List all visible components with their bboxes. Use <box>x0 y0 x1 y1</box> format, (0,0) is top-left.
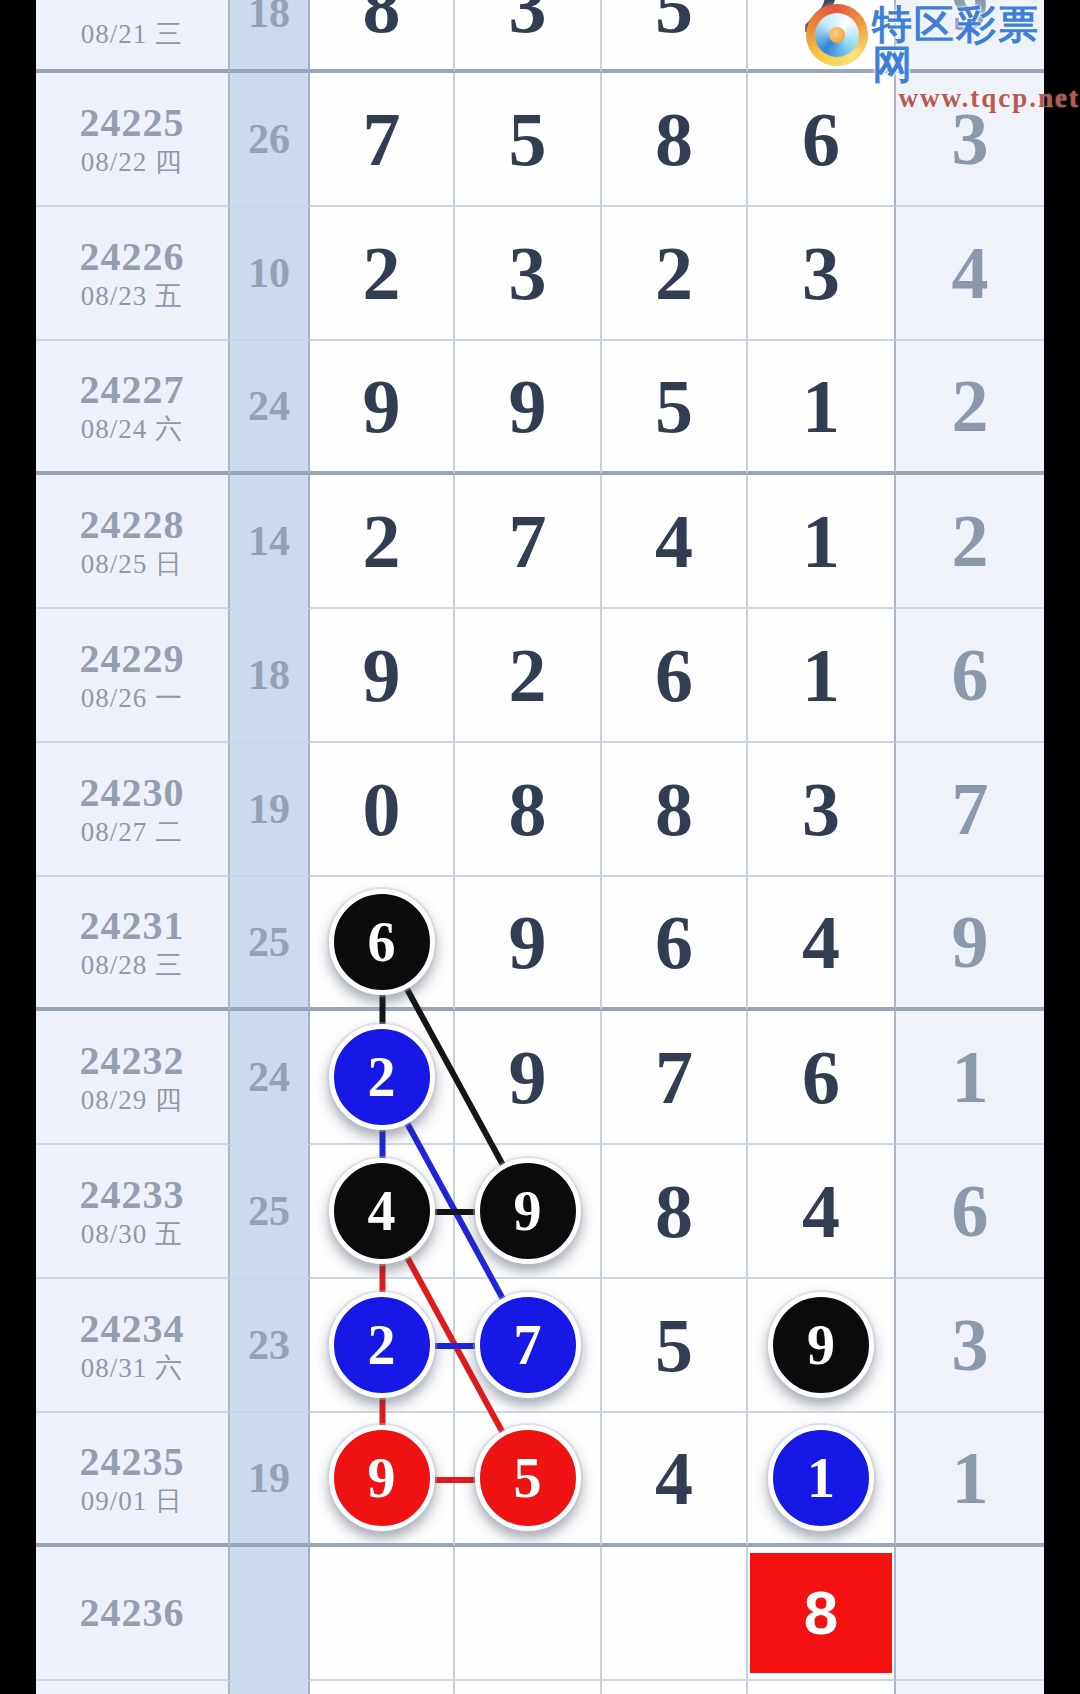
digit-value: 7 <box>363 101 401 177</box>
digit-value: 3 <box>802 771 840 847</box>
digit-value: 5 <box>655 1307 693 1383</box>
sum-value: 18 <box>248 654 290 696</box>
extra-stat-value: 3 <box>952 1308 989 1382</box>
extra-stat-cell: 6 <box>896 609 1044 743</box>
digit-value: 9 <box>509 1039 547 1115</box>
period-cell <box>36 1681 230 1694</box>
extra-stat-cell <box>896 1547 1044 1681</box>
extra-stat-cell: 3 <box>896 1279 1044 1413</box>
digit-value: 7 <box>509 503 547 579</box>
extra-stat-cell: 9 <box>896 877 1044 1011</box>
digit-value: 4 <box>655 503 693 579</box>
digit-cell: 5 <box>602 0 748 73</box>
period-cell: 2423408/31 六 <box>36 1279 230 1413</box>
digit-cell: 8 <box>602 1145 748 1279</box>
marked-number-blue: 7 <box>475 1292 581 1398</box>
marked-number-blue: 1 <box>768 1425 874 1531</box>
sum-cell: 26 <box>230 73 310 207</box>
digit-cell: 5 <box>602 1279 748 1413</box>
draw-date: 08/26 一 <box>81 682 183 714</box>
sum-cell: 18 <box>230 609 310 743</box>
draw-date: 08/24 六 <box>81 413 183 445</box>
sum-cell: 23 <box>230 1279 310 1413</box>
period-cell: 08/21 三 <box>36 0 230 73</box>
digit-value: 5 <box>602 0 746 44</box>
extra-stat-value: 1 <box>952 1040 989 1114</box>
digit-value: 8 <box>655 771 693 847</box>
sum-value: 14 <box>248 520 290 562</box>
digit-value: 8 <box>655 101 693 177</box>
digit-value: 3 <box>455 0 600 44</box>
digit-value: 6 <box>802 101 840 177</box>
digit-value: 2 <box>655 235 693 311</box>
marked-number-red: 5 <box>475 1425 581 1531</box>
period-cell: 2423509/01 日 <box>36 1413 230 1547</box>
sum-value: 25 <box>248 1190 290 1232</box>
digit-cell: 7 <box>310 73 455 207</box>
extra-stat-cell: 4 <box>896 207 1044 341</box>
period-number: 24227 <box>80 367 185 413</box>
digit-cell: 4 <box>748 1145 896 1279</box>
digit-value: 2 <box>509 637 547 713</box>
digit-cell: 1 <box>748 475 896 609</box>
sum-cell: 19 <box>230 743 310 877</box>
digit-cell <box>310 1681 455 1694</box>
digit-cell <box>455 1681 602 1694</box>
digit-cell: 3 <box>748 207 896 341</box>
digit-cell: 9 <box>748 1279 896 1413</box>
draw-date: 08/27 二 <box>81 816 183 848</box>
extra-stat-value: 9 <box>952 905 989 979</box>
digit-value: 1 <box>802 368 840 444</box>
digit-cell: 3 <box>748 743 896 877</box>
digit-cell: 6 <box>310 877 455 1011</box>
digit-cell <box>602 1681 748 1694</box>
draw-date: 08/30 五 <box>81 1218 183 1250</box>
sum-cell: 25 <box>230 1145 310 1279</box>
digit-value: 9 <box>509 368 547 444</box>
sum-cell <box>230 1681 310 1694</box>
draw-date: 08/25 日 <box>81 548 183 580</box>
digit-value: 8 <box>310 0 453 44</box>
extra-stat-value: 3 <box>952 102 989 176</box>
extra-stat-value: 2 <box>952 369 989 443</box>
digit-cell: 9 <box>310 341 455 475</box>
sum-value: 24 <box>248 385 290 427</box>
period-number: 24229 <box>80 636 185 682</box>
sum-cell <box>230 1547 310 1681</box>
extra-stat-value: 6 <box>952 1174 989 1248</box>
digit-cell <box>455 1547 602 1681</box>
marked-number-blue: 2 <box>329 1292 435 1398</box>
site-name: 特区彩票网 <box>872 4 1080 84</box>
marked-number-black: 9 <box>475 1158 581 1264</box>
digit-cell: 9 <box>455 1011 602 1145</box>
digit-cell: 9 <box>310 1413 455 1547</box>
sum-value: 26 <box>248 118 290 160</box>
digit-cell: 2 <box>310 1011 455 1145</box>
draw-date: 08/22 四 <box>81 146 183 178</box>
sum-value: 19 <box>248 1457 290 1499</box>
sum-value: 10 <box>248 252 290 294</box>
digit-cell: 5 <box>455 73 602 207</box>
digit-value: 2 <box>363 235 401 311</box>
period-cell: 2422808/25 日 <box>36 475 230 609</box>
digit-cell: 6 <box>748 1011 896 1145</box>
draw-date: 08/31 六 <box>81 1352 183 1384</box>
digit-value: 9 <box>509 904 547 980</box>
marked-number-black: 6 <box>329 889 435 995</box>
digit-cell: 5 <box>602 341 748 475</box>
extra-stat-cell: 6 <box>896 1145 1044 1279</box>
digit-cell: 2 <box>602 207 748 341</box>
extra-stat-cell: 2 <box>896 475 1044 609</box>
extra-stat-cell: 2 <box>896 341 1044 475</box>
digit-cell <box>748 1681 896 1694</box>
digit-cell: 8 <box>455 743 602 877</box>
digit-cell: 4 <box>602 475 748 609</box>
digit-value: 5 <box>655 368 693 444</box>
sum-value: 18 <box>230 0 308 34</box>
digit-cell: 2 <box>310 475 455 609</box>
digit-value: 1 <box>802 503 840 579</box>
digit-value: 0 <box>363 771 401 847</box>
digit-value: 9 <box>363 637 401 713</box>
extra-stat-value: 1 <box>952 1441 989 1515</box>
period-number: 24231 <box>80 903 185 949</box>
draw-date: 08/21 三 <box>81 18 183 50</box>
digit-value: 6 <box>655 637 693 713</box>
extra-stat-cell: 7 <box>896 743 1044 877</box>
extra-stat-value: 6 <box>952 638 989 712</box>
digit-value: 6 <box>802 1039 840 1115</box>
sum-cell: 24 <box>230 1011 310 1145</box>
digit-cell: 8 <box>310 0 455 73</box>
period-number: 24233 <box>80 1172 185 1218</box>
period-cell: 2423308/30 五 <box>36 1145 230 1279</box>
digit-value: 1 <box>802 637 840 713</box>
draw-date: 08/28 三 <box>81 949 183 981</box>
marked-number-blue: 2 <box>329 1024 435 1130</box>
digit-value: 8 <box>655 1173 693 1249</box>
draw-date: 09/01 日 <box>81 1485 183 1517</box>
digit-cell: 6 <box>602 609 748 743</box>
marked-number-black: 4 <box>329 1158 435 1264</box>
site-url: www.tqcp.net <box>898 84 1080 112</box>
draw-date: 08/23 五 <box>81 280 183 312</box>
period-number: 24235 <box>80 1439 185 1485</box>
period-cell: 2423108/28 三 <box>36 877 230 1011</box>
digit-cell: 2 <box>310 207 455 341</box>
sum-cell: 18 <box>230 0 310 73</box>
period-cell: 2423208/29 四 <box>36 1011 230 1145</box>
predicted-number-red-square: 8 <box>750 1553 892 1673</box>
period-number: 24236 <box>80 1590 185 1636</box>
digit-cell: 1 <box>748 341 896 475</box>
period-cell: 24236 <box>36 1547 230 1681</box>
digit-value: 5 <box>509 101 547 177</box>
sum-value: 23 <box>248 1324 290 1366</box>
digit-cell: 7 <box>455 1279 602 1413</box>
digit-cell: 1 <box>748 1413 896 1547</box>
extra-stat-value: 4 <box>952 236 989 310</box>
period-cell: 2422608/23 五 <box>36 207 230 341</box>
digit-cell: 7 <box>602 1011 748 1145</box>
site-logo-swirl-icon <box>806 4 868 66</box>
extra-stat-cell: 1 <box>896 1413 1044 1547</box>
digit-value: 6 <box>655 904 693 980</box>
digit-cell: 0 <box>310 743 455 877</box>
digit-value: 4 <box>802 1173 840 1249</box>
digit-cell: 9 <box>455 1145 602 1279</box>
period-cell: 2422708/24 六 <box>36 341 230 475</box>
extra-stat-cell <box>896 1681 1044 1694</box>
digit-cell: 6 <box>602 877 748 1011</box>
digit-cell: 9 <box>455 341 602 475</box>
extra-stat-cell: 1 <box>896 1011 1044 1145</box>
digit-cell: 4 <box>748 877 896 1011</box>
marked-number-red: 9 <box>329 1425 435 1531</box>
digit-value: 4 <box>802 904 840 980</box>
sum-value: 25 <box>248 921 290 963</box>
sum-cell: 19 <box>230 1413 310 1547</box>
digit-value: 3 <box>509 235 547 311</box>
digit-cell: 2 <box>310 1279 455 1413</box>
period-cell: 2422908/26 一 <box>36 609 230 743</box>
period-cell: 2423008/27 二 <box>36 743 230 877</box>
digit-cell: 7 <box>455 475 602 609</box>
digit-cell: 4 <box>310 1145 455 1279</box>
page-canvas: 08/21 三18835292422508/22 四26758632422608… <box>0 0 1080 1694</box>
digit-cell: 1 <box>748 609 896 743</box>
digit-cell: 8 <box>748 1547 896 1681</box>
digit-cell: 5 <box>455 1413 602 1547</box>
digit-value: 3 <box>802 235 840 311</box>
digit-value: 7 <box>655 1039 693 1115</box>
digit-cell: 8 <box>602 73 748 207</box>
sum-cell: 25 <box>230 877 310 1011</box>
period-number: 24226 <box>80 234 185 280</box>
sum-value: 19 <box>248 788 290 830</box>
period-number: 24228 <box>80 502 185 548</box>
draw-date: 08/29 四 <box>81 1084 183 1116</box>
digit-value: 2 <box>363 503 401 579</box>
sum-value: 24 <box>248 1056 290 1098</box>
sum-cell: 14 <box>230 475 310 609</box>
digit-value: 8 <box>509 771 547 847</box>
sum-cell: 24 <box>230 341 310 475</box>
digit-cell: 9 <box>455 877 602 1011</box>
digit-value: 9 <box>363 368 401 444</box>
extra-stat-value: 2 <box>952 504 989 578</box>
period-number: 24234 <box>80 1306 185 1352</box>
period-number: 24230 <box>80 770 185 816</box>
digit-cell: 9 <box>310 609 455 743</box>
digit-value: 4 <box>655 1440 693 1516</box>
digit-cell <box>310 1547 455 1681</box>
sum-cell: 10 <box>230 207 310 341</box>
site-logo[interactable]: 特区彩票网 www.tqcp.net <box>806 4 1080 112</box>
extra-stat-value: 7 <box>952 772 989 846</box>
digit-cell: 3 <box>455 207 602 341</box>
period-cell: 2422508/22 四 <box>36 73 230 207</box>
period-number: 24232 <box>80 1038 185 1084</box>
marked-number-black: 9 <box>768 1292 874 1398</box>
digit-cell: 3 <box>455 0 602 73</box>
digit-cell: 8 <box>602 743 748 877</box>
digit-cell <box>602 1547 748 1681</box>
digit-cell: 4 <box>602 1413 748 1547</box>
period-number: 24225 <box>80 100 185 146</box>
lottery-trend-table: 08/21 三18835292422508/22 四26758632422608… <box>36 0 1044 1694</box>
digit-cell: 2 <box>455 609 602 743</box>
